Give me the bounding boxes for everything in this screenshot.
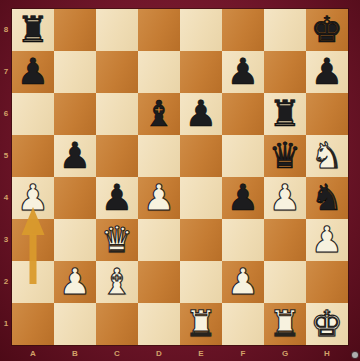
- piece-white-pawn[interactable]: ♟: [222, 261, 264, 303]
- square-f1[interactable]: [222, 303, 264, 345]
- piece-black-pawn[interactable]: ♟: [222, 51, 264, 93]
- file-label-g: G: [264, 348, 306, 361]
- square-e4[interactable]: [180, 177, 222, 219]
- square-e1[interactable]: ♜: [180, 303, 222, 345]
- square-g2[interactable]: [264, 261, 306, 303]
- piece-black-pawn[interactable]: ♟: [180, 93, 222, 135]
- square-e5[interactable]: [180, 135, 222, 177]
- square-b7[interactable]: [54, 51, 96, 93]
- square-h3[interactable]: ♟: [306, 219, 348, 261]
- square-b4[interactable]: [54, 177, 96, 219]
- square-a8[interactable]: ♜: [12, 9, 54, 51]
- square-h5[interactable]: ♞: [306, 135, 348, 177]
- square-g8[interactable]: [264, 9, 306, 51]
- file-label-b: B: [54, 348, 96, 361]
- square-f3[interactable]: [222, 219, 264, 261]
- square-f4[interactable]: ♟: [222, 177, 264, 219]
- square-a5[interactable]: [12, 135, 54, 177]
- piece-white-pawn[interactable]: ♟: [264, 177, 306, 219]
- piece-black-knight[interactable]: ♞: [306, 177, 348, 219]
- piece-black-rook[interactable]: ♜: [12, 9, 54, 51]
- square-g1[interactable]: ♜: [264, 303, 306, 345]
- square-a1[interactable]: [12, 303, 54, 345]
- square-h1[interactable]: ♚: [306, 303, 348, 345]
- piece-white-king[interactable]: ♚: [306, 303, 348, 345]
- chess-app-window: ♜♚♟♟♟♝♟♜♟♛♞♟♟♟♟♟♞♛♟♟♝♟♜♜♚ 87654321ABCDEF…: [0, 0, 360, 361]
- rank-label-5: 5: [0, 135, 12, 177]
- piece-white-pawn[interactable]: ♟: [306, 219, 348, 261]
- corner-dot: [352, 352, 358, 358]
- rank-label-4: 4: [0, 177, 12, 219]
- square-c3[interactable]: ♛: [96, 219, 138, 261]
- square-g5[interactable]: ♛: [264, 135, 306, 177]
- square-g6[interactable]: ♜: [264, 93, 306, 135]
- square-c6[interactable]: [96, 93, 138, 135]
- square-c1[interactable]: [96, 303, 138, 345]
- square-d1[interactable]: [138, 303, 180, 345]
- piece-black-rook[interactable]: ♜: [264, 93, 306, 135]
- square-c4[interactable]: ♟: [96, 177, 138, 219]
- square-d2[interactable]: [138, 261, 180, 303]
- square-f6[interactable]: [222, 93, 264, 135]
- square-e2[interactable]: [180, 261, 222, 303]
- square-e6[interactable]: ♟: [180, 93, 222, 135]
- square-e8[interactable]: [180, 9, 222, 51]
- piece-black-pawn[interactable]: ♟: [306, 51, 348, 93]
- piece-black-queen[interactable]: ♛: [264, 135, 306, 177]
- square-d8[interactable]: [138, 9, 180, 51]
- piece-black-pawn[interactable]: ♟: [12, 51, 54, 93]
- rank-label-1: 1: [0, 303, 12, 345]
- piece-white-rook[interactable]: ♜: [180, 303, 222, 345]
- piece-white-knight[interactable]: ♞: [306, 135, 348, 177]
- square-b2[interactable]: ♟: [54, 261, 96, 303]
- square-b6[interactable]: [54, 93, 96, 135]
- square-a2[interactable]: [12, 261, 54, 303]
- piece-white-pawn[interactable]: ♟: [138, 177, 180, 219]
- square-d4[interactable]: ♟: [138, 177, 180, 219]
- square-d3[interactable]: [138, 219, 180, 261]
- square-d5[interactable]: [138, 135, 180, 177]
- chess-board: ♜♚♟♟♟♝♟♜♟♛♞♟♟♟♟♟♞♛♟♟♝♟♜♜♚: [12, 9, 348, 345]
- square-f2[interactable]: ♟: [222, 261, 264, 303]
- file-label-a: A: [12, 348, 54, 361]
- square-d6[interactable]: ♝: [138, 93, 180, 135]
- square-c5[interactable]: [96, 135, 138, 177]
- square-c7[interactable]: [96, 51, 138, 93]
- square-g7[interactable]: [264, 51, 306, 93]
- square-b8[interactable]: [54, 9, 96, 51]
- piece-white-rook[interactable]: ♜: [264, 303, 306, 345]
- square-e3[interactable]: [180, 219, 222, 261]
- square-f8[interactable]: [222, 9, 264, 51]
- file-label-f: F: [222, 348, 264, 361]
- square-h8[interactable]: ♚: [306, 9, 348, 51]
- piece-white-pawn[interactable]: ♟: [54, 261, 96, 303]
- square-g3[interactable]: [264, 219, 306, 261]
- piece-white-pawn[interactable]: ♟: [12, 177, 54, 219]
- square-a3[interactable]: [12, 219, 54, 261]
- rank-label-7: 7: [0, 51, 12, 93]
- square-d7[interactable]: [138, 51, 180, 93]
- piece-white-bishop[interactable]: ♝: [96, 261, 138, 303]
- file-label-e: E: [180, 348, 222, 361]
- square-b5[interactable]: ♟: [54, 135, 96, 177]
- rank-label-8: 8: [0, 9, 12, 51]
- piece-black-pawn[interactable]: ♟: [96, 177, 138, 219]
- piece-white-queen[interactable]: ♛: [96, 219, 138, 261]
- rank-label-3: 3: [0, 219, 12, 261]
- file-label-d: D: [138, 348, 180, 361]
- square-a6[interactable]: [12, 93, 54, 135]
- square-h4[interactable]: ♞: [306, 177, 348, 219]
- square-a7[interactable]: ♟: [12, 51, 54, 93]
- piece-black-pawn[interactable]: ♟: [54, 135, 96, 177]
- square-a4[interactable]: ♟: [12, 177, 54, 219]
- square-b1[interactable]: [54, 303, 96, 345]
- square-b3[interactable]: [54, 219, 96, 261]
- square-h6[interactable]: [306, 93, 348, 135]
- piece-black-king[interactable]: ♚: [306, 9, 348, 51]
- square-h7[interactable]: ♟: [306, 51, 348, 93]
- file-label-c: C: [96, 348, 138, 361]
- rank-label-2: 2: [0, 261, 12, 303]
- square-c2[interactable]: ♝: [96, 261, 138, 303]
- file-label-h: H: [306, 348, 348, 361]
- square-g4[interactable]: ♟: [264, 177, 306, 219]
- square-e7[interactable]: [180, 51, 222, 93]
- rank-label-6: 6: [0, 93, 12, 135]
- piece-black-bishop[interactable]: ♝: [138, 93, 180, 135]
- square-h2[interactable]: [306, 261, 348, 303]
- square-c8[interactable]: [96, 9, 138, 51]
- square-f7[interactable]: ♟: [222, 51, 264, 93]
- square-f5[interactable]: [222, 135, 264, 177]
- piece-black-pawn[interactable]: ♟: [222, 177, 264, 219]
